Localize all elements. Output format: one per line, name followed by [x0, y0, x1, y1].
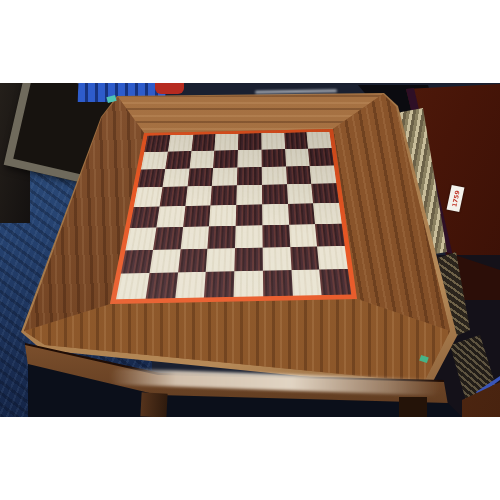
board-sheen [110, 129, 357, 304]
red-object-background [155, 83, 184, 94]
table-leg-left [140, 392, 167, 417]
white-margin-top [0, 0, 500, 83]
table-leg-right [399, 397, 427, 417]
photo-of-chess-table: 1759 [0, 0, 500, 500]
white-margin-bottom [0, 417, 500, 500]
board-sheen-gradient [110, 129, 357, 304]
